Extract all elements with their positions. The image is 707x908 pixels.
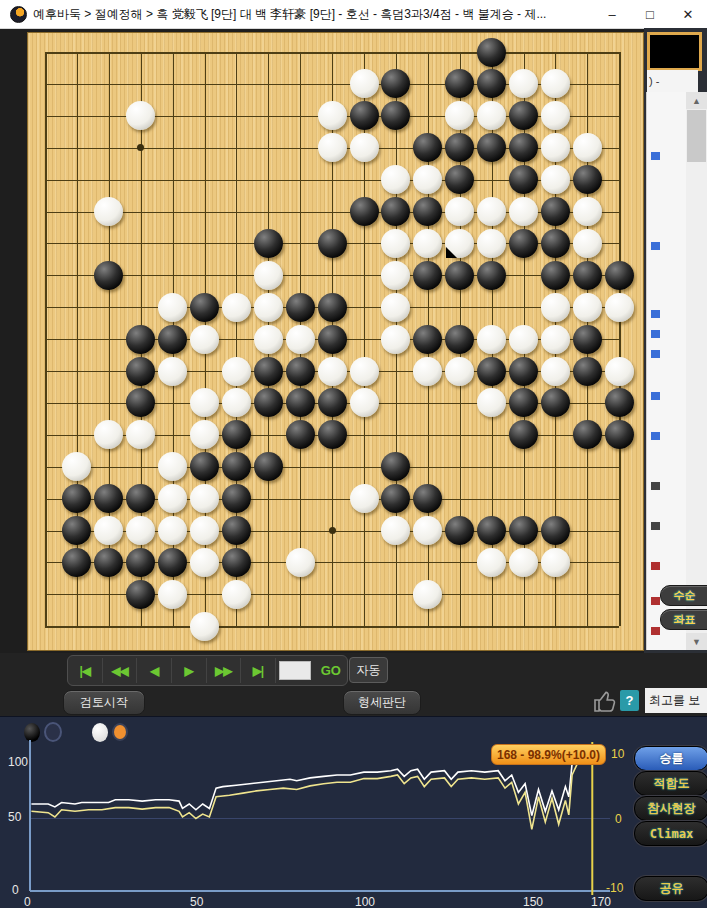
black-stone-1-15 — [62, 516, 91, 545]
black-stone-11-5 — [381, 197, 410, 226]
white-stone-12-10 — [413, 357, 442, 386]
black-stone-18-11 — [605, 388, 634, 417]
help-icon[interactable]: ? — [620, 690, 639, 711]
black-stone-16-6 — [541, 229, 570, 258]
white-stone-12-6 — [413, 229, 442, 258]
white-stone-9-2 — [318, 101, 347, 130]
white-stone-5-9 — [190, 325, 219, 354]
white-stone-18-8 — [605, 293, 634, 322]
black-stone-12-7 — [413, 261, 442, 290]
white-stone-5-12 — [190, 420, 219, 449]
white-stone-5-15 — [190, 516, 219, 545]
graph-button-참사현장[interactable]: 참사현장 — [634, 796, 707, 821]
navigation-bar: |◀◀◀◀▶▶▶▶|GO — [67, 655, 348, 686]
black-stone-12-9 — [413, 325, 442, 354]
white-stone-7-8 — [254, 293, 283, 322]
white-stone-11-8 — [381, 293, 410, 322]
black-stone-12-5 — [413, 197, 442, 226]
white-stone-3-2 — [126, 101, 155, 130]
white-stone-1-13 — [62, 452, 91, 481]
white-stone-5-14 — [190, 484, 219, 513]
black-stone-13-15 — [445, 516, 474, 545]
coords-pill-button[interactable]: 좌표 — [660, 609, 707, 630]
black-stone-15-12 — [509, 420, 538, 449]
white-stone-16-4 — [541, 165, 570, 194]
right-sidebar: ) - ▲ ▼ 수순 좌표 — [644, 28, 707, 653]
white-stone-6-17 — [222, 580, 251, 609]
black-stone-14-0 — [477, 38, 506, 67]
review-start-button[interactable]: 검토시작 — [63, 690, 145, 715]
y-axis-0: 0 — [12, 883, 19, 897]
black-stone-9-12 — [318, 420, 347, 449]
white-stone-6-8 — [222, 293, 251, 322]
white-stone-4-10 — [158, 357, 187, 386]
title-bar: 예후바둑 > 절예정해 > 흑 党毅飞 [9단] 대 백 李轩豪 [9단] - … — [0, 0, 707, 29]
x-axis-0: 0 — [24, 895, 31, 908]
white-stone-16-1 — [541, 69, 570, 98]
black-stone-10-2 — [350, 101, 379, 130]
white-stone-12-17 — [413, 580, 442, 609]
black-stone-7-10 — [254, 357, 283, 386]
white-stone-14-11 — [477, 388, 506, 417]
nav-fast-back-button[interactable]: ◀◀ — [103, 658, 138, 683]
white-stone-15-5 — [509, 197, 538, 226]
white-stone-12-4 — [413, 165, 442, 194]
graph-button-승률[interactable]: 승률 — [634, 746, 707, 771]
black-stone-16-11 — [541, 388, 570, 417]
white-stone-5-16 — [190, 548, 219, 577]
black-stone-11-1 — [381, 69, 410, 98]
x-axis-50: 50 — [190, 895, 203, 908]
white-stone-7-7 — [254, 261, 283, 290]
black-stone-12-3 — [413, 133, 442, 162]
black-stone-4-16 — [158, 548, 187, 577]
black-stone-9-11 — [318, 388, 347, 417]
black-stone-3-10 — [126, 357, 155, 386]
go-button[interactable]: GO — [315, 663, 347, 678]
black-stone-15-10 — [509, 357, 538, 386]
white-stone-18-10 — [605, 357, 634, 386]
white-stone-12-15 — [413, 516, 442, 545]
white-stone-10-14 — [350, 484, 379, 513]
sidebar-scrollbar[interactable]: ▲ ▼ — [686, 92, 707, 650]
black-stone-17-10 — [573, 357, 602, 386]
black-stone-8-8 — [286, 293, 315, 322]
board-grid — [45, 52, 620, 627]
white-stone-4-8 — [158, 293, 187, 322]
black-stone-13-7 — [445, 261, 474, 290]
white-stone-5-18 — [190, 612, 219, 641]
white-stone-16-3 — [541, 133, 570, 162]
white-stone-15-16 — [509, 548, 538, 577]
black-stone-15-2 — [509, 101, 538, 130]
black-stone-18-12 — [605, 420, 634, 449]
window-controls: – □ ✕ — [593, 0, 707, 28]
scroll-down-icon[interactable]: ▼ — [686, 633, 707, 650]
black-stone-7-11 — [254, 388, 283, 417]
position-judge-button[interactable]: 형세판단 — [343, 690, 421, 715]
white-stone-15-1 — [509, 69, 538, 98]
app-logo-icon — [10, 6, 27, 23]
black-stone-2-7 — [94, 261, 123, 290]
white-stone-7-9 — [254, 325, 283, 354]
black-stone-6-16 — [222, 548, 251, 577]
control-zone: |◀◀◀◀▶▶▶▶|GO 자동 검토시작 형세판단 ? 최고를 보 — [0, 653, 707, 716]
nav-fast-forward-button[interactable]: ▶▶ — [207, 658, 242, 683]
white-stone-15-9 — [509, 325, 538, 354]
y2-axis-m10: -10 — [606, 881, 623, 895]
black-stone-16-15 — [541, 516, 570, 545]
black-stone-13-1 — [445, 69, 474, 98]
white-stone-2-12 — [94, 420, 123, 449]
white-stone-10-3 — [350, 133, 379, 162]
x-axis-150: 150 — [523, 895, 543, 908]
black-stone-15-11 — [509, 388, 538, 417]
white-stone-17-8 — [573, 293, 602, 322]
white-stone-11-9 — [381, 325, 410, 354]
black-stone-8-11 — [286, 388, 315, 417]
white-stone-13-10 — [445, 357, 474, 386]
white-stone-16-9 — [541, 325, 570, 354]
black-stone-15-3 — [509, 133, 538, 162]
black-stone-13-3 — [445, 133, 474, 162]
white-stone-11-15 — [381, 516, 410, 545]
auto-play-button[interactable]: 자동 — [349, 657, 388, 683]
black-stone-8-12 — [286, 420, 315, 449]
maximize-button[interactable]: □ — [631, 0, 669, 28]
white-stone-14-6 — [477, 229, 506, 258]
black-stone-3-14 — [126, 484, 155, 513]
black-stone-2-14 — [94, 484, 123, 513]
black-stone-18-7 — [605, 261, 634, 290]
move-tooltip: 168 - 98.9%(+10.0) — [491, 744, 606, 765]
black-stone-14-3 — [477, 133, 506, 162]
white-stone-2-15 — [94, 516, 123, 545]
white-stone-13-5 — [445, 197, 474, 226]
nav-forward-button[interactable]: ▶ — [172, 658, 207, 683]
black-stone-1-16 — [62, 548, 91, 577]
black-stone-9-8 — [318, 293, 347, 322]
white-stone-17-6 — [573, 229, 602, 258]
black-stone-11-14 — [381, 484, 410, 513]
black-stone-4-9 — [158, 325, 187, 354]
white-stone-5-11 — [190, 388, 219, 417]
clipped-info-box: ) - — [647, 70, 698, 92]
black-stone-14-1 — [477, 69, 506, 98]
white-stone-14-5 — [477, 197, 506, 226]
black-stone-7-6 — [254, 229, 283, 258]
white-stone-17-3 — [573, 133, 602, 162]
black-stone-13-9 — [445, 325, 474, 354]
go-board[interactable] — [28, 33, 643, 650]
white-stone-4-17 — [158, 580, 187, 609]
white-stone-14-9 — [477, 325, 506, 354]
black-stone-6-13 — [222, 452, 251, 481]
black-stone-17-12 — [573, 420, 602, 449]
white-stone-13-6 — [445, 229, 474, 258]
black-stone-15-4 — [509, 165, 538, 194]
y-axis-50: 50 — [8, 810, 21, 824]
white-stone-9-10 — [318, 357, 347, 386]
x-axis-100: 100 — [355, 895, 375, 908]
nav-last-button[interactable]: ▶| — [241, 658, 276, 683]
black-stone-15-6 — [509, 229, 538, 258]
white-stone-10-10 — [350, 357, 379, 386]
black-stone-12-14 — [413, 484, 442, 513]
white-stone-17-5 — [573, 197, 602, 226]
white-stone-11-4 — [381, 165, 410, 194]
white-stone-13-2 — [445, 101, 474, 130]
show-best-box[interactable]: 최고를 보 — [645, 688, 707, 713]
black-stone-16-7 — [541, 261, 570, 290]
black-stone-3-17 — [126, 580, 155, 609]
black-stone-5-13 — [190, 452, 219, 481]
graph-button-공유[interactable]: 공유 — [634, 876, 707, 901]
black-stone-8-10 — [286, 357, 315, 386]
last-move-marker-icon — [446, 247, 457, 258]
black-stone-3-9 — [126, 325, 155, 354]
black-stone-6-14 — [222, 484, 251, 513]
move-list-panel[interactable] — [646, 92, 687, 650]
white-stone-6-10 — [222, 357, 251, 386]
black-stone-7-13 — [254, 452, 283, 481]
black-stone-5-8 — [190, 293, 219, 322]
black-stone-17-9 — [573, 325, 602, 354]
window-title: 예후바둑 > 절예정해 > 흑 党毅飞 [9단] 대 백 李轩豪 [9단] - … — [33, 6, 588, 23]
black-stone-10-5 — [350, 197, 379, 226]
graph-button-Climax[interactable]: Climax — [634, 821, 707, 846]
white-stone-14-16 — [477, 548, 506, 577]
white-stone-4-15 — [158, 516, 187, 545]
winrate-graph-panel: 100 50 0 0 50 100 150 170 10 0 -10 168 -… — [0, 716, 707, 908]
white-stone-2-5 — [94, 197, 123, 226]
white-stone-6-11 — [222, 388, 251, 417]
white-stone-3-12 — [126, 420, 155, 449]
graph-button-적합도[interactable]: 적합도 — [634, 771, 707, 796]
white-stone-9-3 — [318, 133, 347, 162]
black-stone-1-14 — [62, 484, 91, 513]
black-stone-6-12 — [222, 420, 251, 449]
scroll-up-icon[interactable]: ▲ — [686, 92, 707, 109]
nav-first-button[interactable]: |◀ — [68, 658, 103, 683]
white-stone-10-11 — [350, 388, 379, 417]
black-stone-11-13 — [381, 452, 410, 481]
nav-back-button[interactable]: ◀ — [137, 658, 172, 683]
y-axis-100: 100 — [8, 755, 28, 769]
black-stone-3-16 — [126, 548, 155, 577]
black-stone-17-4 — [573, 165, 602, 194]
white-stone-3-15 — [126, 516, 155, 545]
y2-axis-0: 0 — [615, 812, 622, 826]
black-stone-14-15 — [477, 516, 506, 545]
white-stone-8-16 — [286, 548, 315, 577]
y2-axis-10: 10 — [611, 747, 624, 761]
black-stone-11-2 — [381, 101, 410, 130]
white-stone-14-2 — [477, 101, 506, 130]
turn-indicator-black — [647, 32, 702, 71]
black-stone-9-6 — [318, 229, 347, 258]
white-stone-11-7 — [381, 261, 410, 290]
white-stone-8-9 — [286, 325, 315, 354]
thumbs-up-icon[interactable] — [592, 688, 616, 714]
black-stone-2-16 — [94, 548, 123, 577]
white-stone-16-8 — [541, 293, 570, 322]
white-stone-4-14 — [158, 484, 187, 513]
black-stone-13-4 — [445, 165, 474, 194]
white-stone-16-10 — [541, 357, 570, 386]
black-stone-15-15 — [509, 516, 538, 545]
move-number-input[interactable] — [279, 661, 311, 680]
white-stone-16-2 — [541, 101, 570, 130]
minimize-button[interactable]: – — [593, 0, 631, 28]
close-button[interactable]: ✕ — [669, 0, 707, 28]
black-stone-3-11 — [126, 388, 155, 417]
black-stone-17-7 — [573, 261, 602, 290]
sequence-pill-button[interactable]: 수순 — [660, 585, 707, 606]
x-axis-170: 170 — [591, 895, 611, 908]
black-stone-6-15 — [222, 516, 251, 545]
black-stone-14-7 — [477, 261, 506, 290]
white-stone-11-6 — [381, 229, 410, 258]
white-stone-16-16 — [541, 548, 570, 577]
black-stone-16-5 — [541, 197, 570, 226]
white-stone-10-1 — [350, 69, 379, 98]
white-stone-4-13 — [158, 452, 187, 481]
black-stone-9-9 — [318, 325, 347, 354]
scrollbar-thumb[interactable] — [687, 110, 706, 162]
black-stone-14-10 — [477, 357, 506, 386]
